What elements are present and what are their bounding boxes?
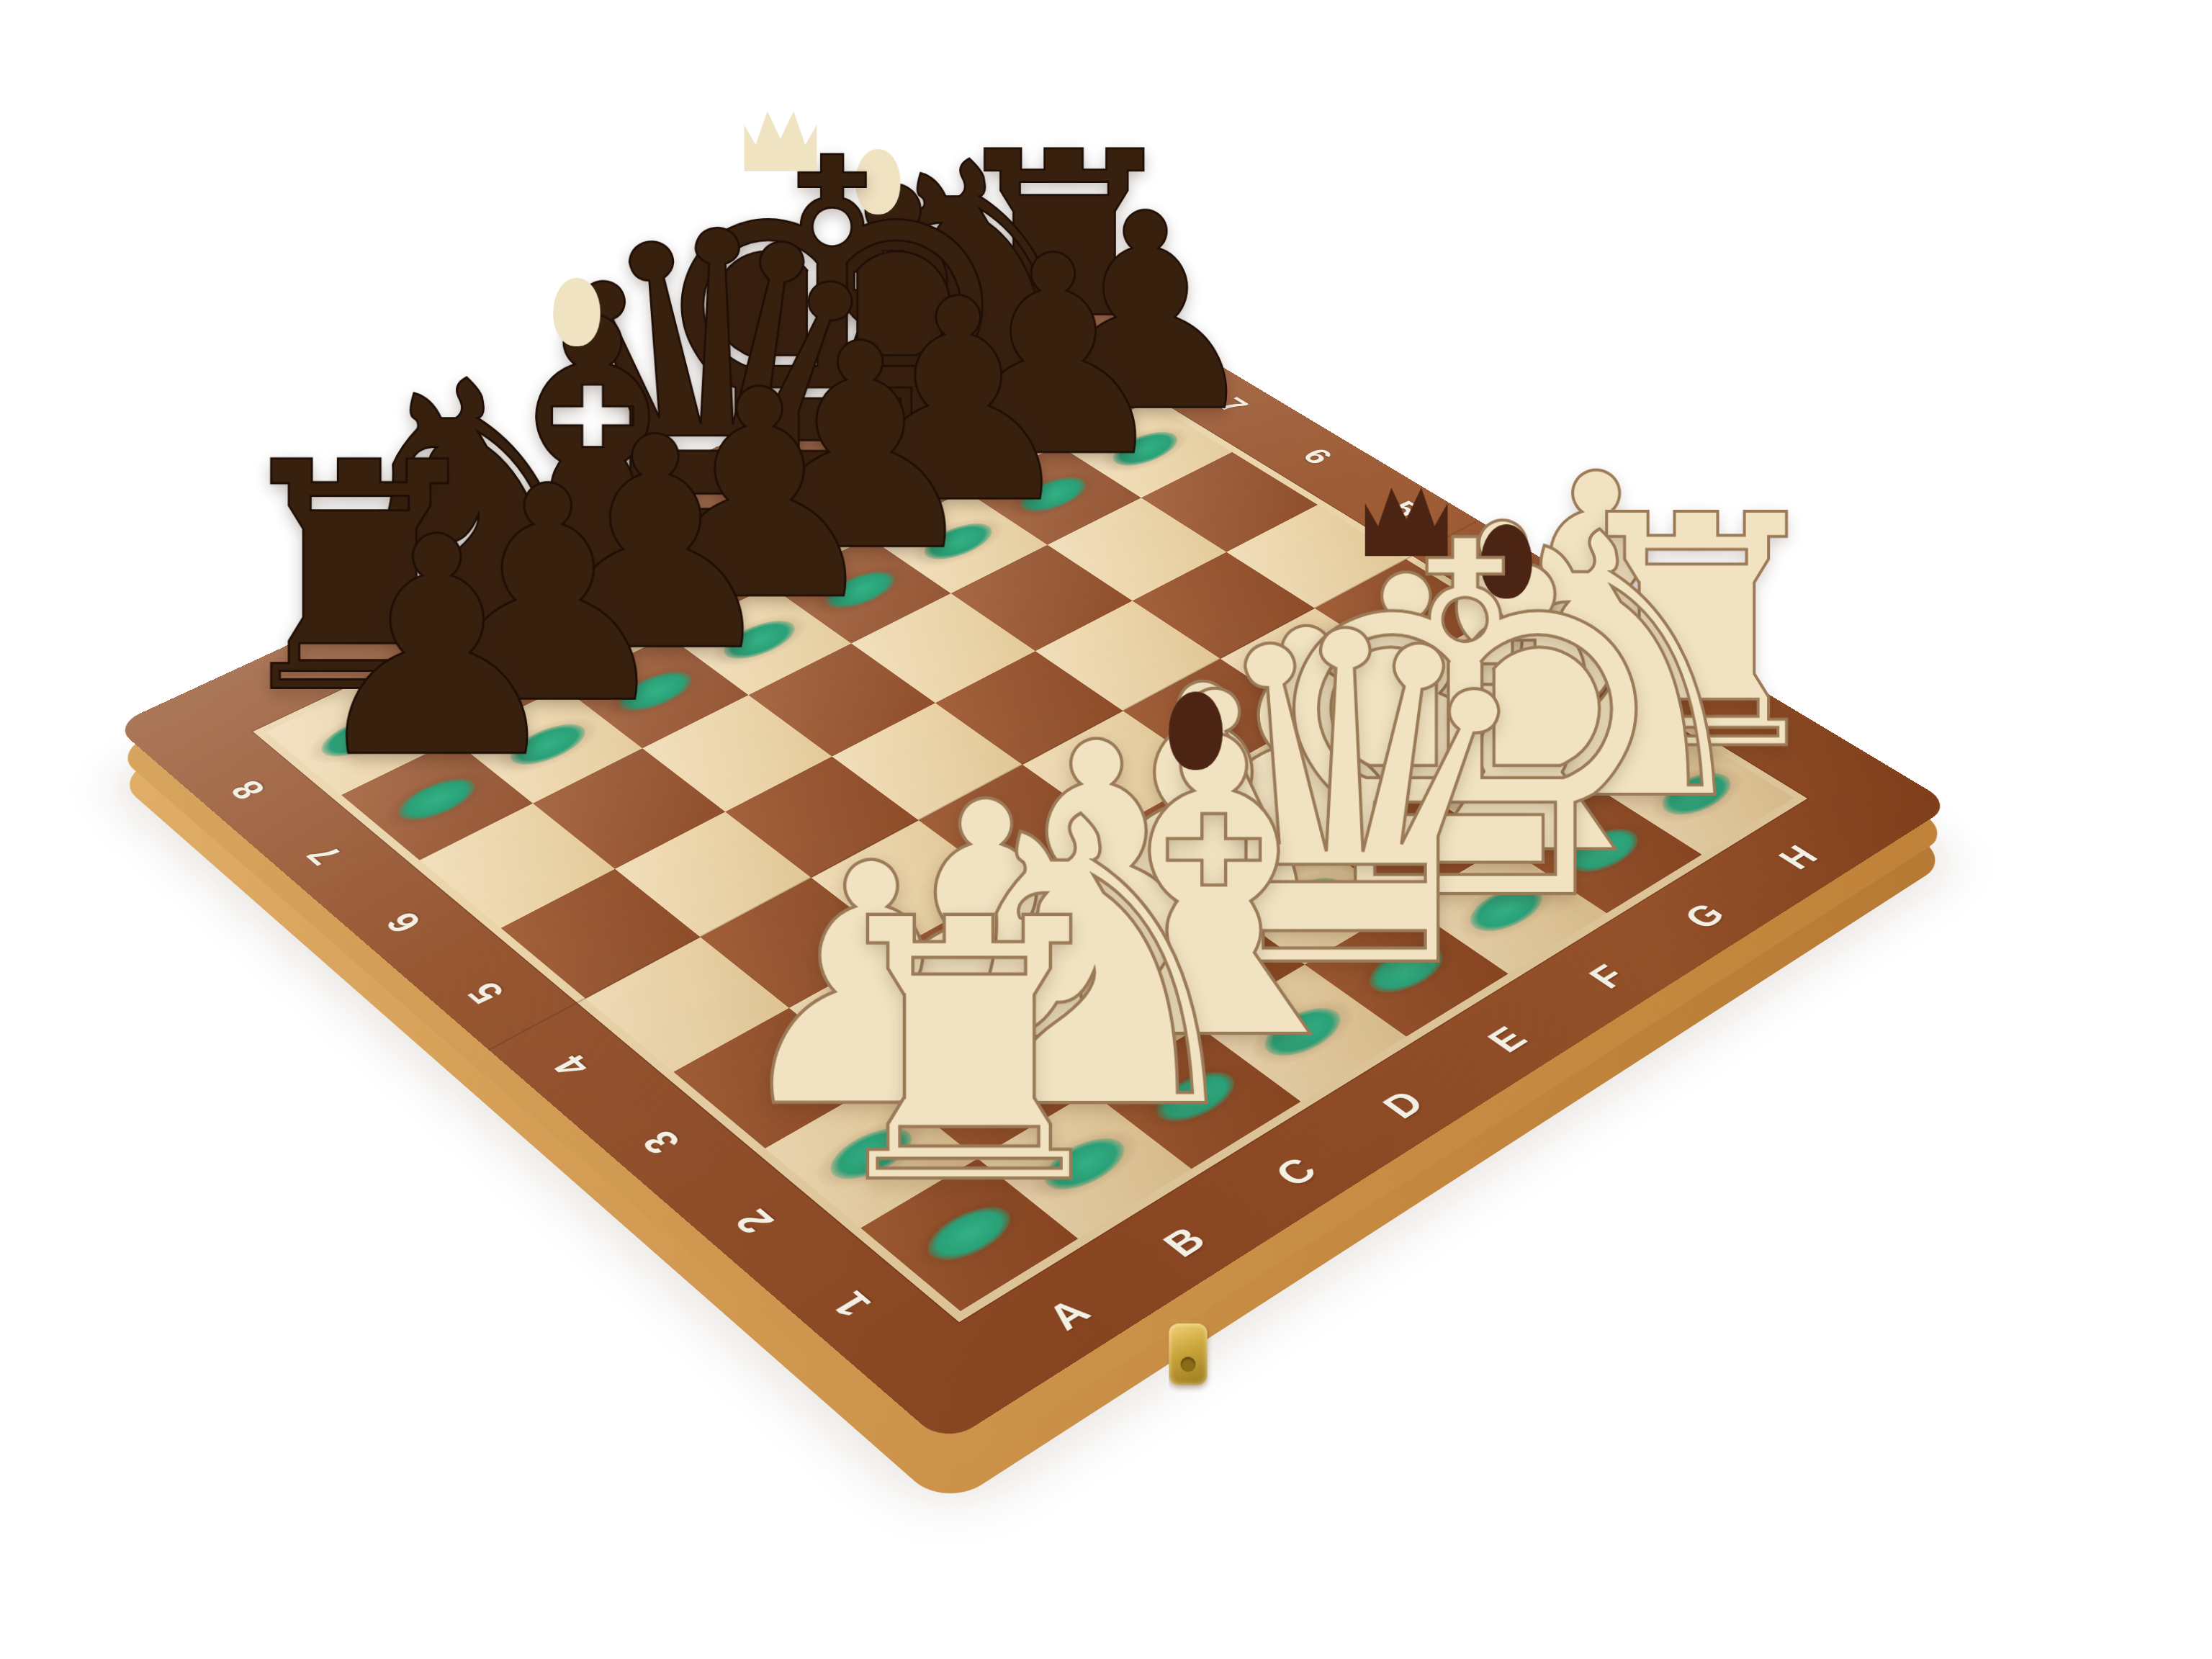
piece-white-rook[interactable]: ♜ [797,873,1141,1233]
brass-clasp-right [1845,765,1889,825]
rank-label-left-2: 2 [703,1186,806,1259]
rank-label-left-8: 8 [202,762,294,819]
piece-black-pawn[interactable]: ♟ [284,498,590,799]
rank-label-left-1: 1 [799,1267,904,1342]
rank-label-left-4: 4 [522,1033,621,1100]
square-a5[interactable] [501,869,701,999]
product-photo-canvas: { "game": "chess", "scene": "angled over… [0,0,2212,1659]
square-a6[interactable] [420,804,615,928]
board-top: 12345566778ABCDEFGH♜♞♝♛♚♝♞♜♟♟♟♟♟♟♟♟♟♟♟♟♟… [114,280,1953,1445]
rank-label-left-6: 6 [356,892,451,954]
rank-label-left-5: 5 [438,961,535,1025]
brass-clasp-front [1169,1323,1207,1385]
rank-label-left-3: 3 [611,1107,712,1177]
rank-label-left-7: 7 [278,826,371,885]
piece-glyph: ♜ [807,873,1130,1233]
file-label-b: B [1132,1205,1236,1279]
file-label-a: A [1015,1277,1122,1353]
piece-glyph: ♟ [302,498,572,799]
chess-board: 12345566778ABCDEFGH♜♞♝♛♚♝♞♜♟♟♟♟♟♟♟♟♟♟♟♟♟… [114,280,1953,1445]
